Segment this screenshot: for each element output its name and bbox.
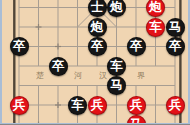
piece-black-soldier[interactable]: 卒 bbox=[166, 37, 185, 56]
xiangqi-board[interactable]: 士炮炮炮车马卒卒卒卒卒车马兵车兵兵兵马 bbox=[9, 0, 185, 124]
window-edge-right bbox=[188, 0, 190, 124]
piece-black-horse[interactable]: 马 bbox=[107, 76, 126, 95]
piece-red-soldier[interactable]: 兵 bbox=[10, 96, 29, 115]
piece-black-soldier[interactable]: 卒 bbox=[127, 37, 146, 56]
piece-black-advisor[interactable]: 士 bbox=[88, 0, 107, 17]
piece-red-cannon[interactable]: 炮 bbox=[146, 0, 165, 17]
piece-black-soldier[interactable]: 卒 bbox=[10, 37, 29, 56]
piece-black-soldier[interactable]: 卒 bbox=[88, 37, 107, 56]
piece-black-chariot[interactable]: 车 bbox=[68, 96, 87, 115]
piece-black-chariot[interactable]: 车 bbox=[107, 57, 126, 76]
piece-red-chariot[interactable]: 车 bbox=[146, 18, 165, 37]
piece-red-soldier[interactable]: 兵 bbox=[127, 96, 146, 115]
window-edge-left bbox=[0, 0, 2, 124]
piece-black-horse[interactable]: 马 bbox=[166, 18, 185, 37]
xiangqi-app: 楚河汉界 士炮炮炮车马卒卒卒卒卒车马兵车兵兵兵马 bbox=[0, 0, 190, 124]
window-edge-bottom bbox=[0, 123, 190, 125]
piece-black-cannon[interactable]: 炮 bbox=[88, 18, 107, 37]
piece-black-soldier[interactable]: 卒 bbox=[49, 57, 68, 76]
piece-red-soldier[interactable]: 兵 bbox=[166, 96, 185, 115]
piece-red-soldier[interactable]: 兵 bbox=[88, 96, 107, 115]
piece-black-cannon[interactable]: 炮 bbox=[107, 0, 126, 17]
